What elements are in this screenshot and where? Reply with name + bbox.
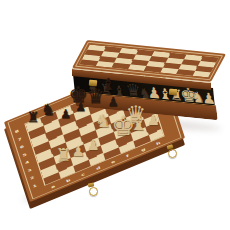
chess-piece-light-k[interactable]: ♚ — [108, 113, 139, 140]
chess-piece-dark-p[interactable]: ♟ — [105, 96, 122, 109]
chess-piece-dark-r[interactable]: ♜ — [24, 110, 42, 124]
board-pieces: ♝♚♛♟♟♞♟♜♛♟♞♝♚♟♟♜ — [0, 0, 230, 230]
chess-piece-dark-p[interactable]: ♟ — [58, 108, 74, 120]
product-photo-chess-set: abcdefgh12345678 ♞♜♝♛♞ ♟♝♜♚♞♟ ♝♚♛♟♟♞♟♜♛♟… — [0, 0, 230, 230]
chess-piece-dark-p[interactable]: ♟ — [73, 101, 89, 113]
chess-piece-light-r[interactable]: ♜ — [53, 147, 74, 165]
